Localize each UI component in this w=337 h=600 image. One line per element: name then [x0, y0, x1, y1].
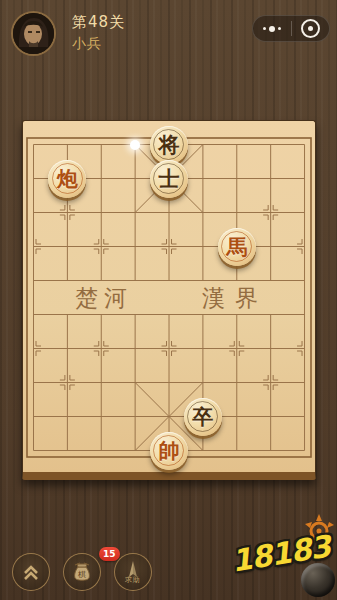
- piece-character: 帥: [158, 440, 179, 461]
- ask-help-button[interactable]: 求助: [114, 553, 152, 591]
- more-dots-icon: [263, 26, 281, 32]
- svg-text:棋: 棋: [77, 570, 86, 579]
- exit-target-icon: [301, 19, 320, 38]
- piece-character: 炮: [57, 168, 78, 189]
- piece-black-advisor[interactable]: 士: [150, 160, 188, 198]
- piece-black-general[interactable]: 将: [150, 126, 188, 164]
- piece-layer: 将炮士馬卒帥: [17, 128, 322, 468]
- hint-count-badge: 15: [99, 547, 120, 561]
- avatar-portrait-icon: [13, 13, 54, 54]
- piece-character: 卒: [192, 406, 213, 427]
- help-label: 求助: [125, 577, 141, 584]
- money-bag-icon: 棋: [69, 559, 95, 585]
- player-avatar[interactable]: [11, 11, 56, 56]
- xiangqi-board[interactable]: 楚河 漢界 将炮士馬卒帥: [22, 120, 316, 480]
- piece-character: 将: [158, 134, 179, 155]
- piece-red-horse[interactable]: 馬: [218, 228, 256, 266]
- wechat-capsule: [252, 15, 330, 42]
- site-watermark: 18183: [227, 510, 337, 600]
- more-button[interactable]: [253, 16, 291, 41]
- level-label: 第48关: [72, 13, 125, 32]
- piece-red-general[interactable]: 帥: [150, 432, 188, 470]
- sphere-icon: [301, 563, 335, 597]
- piece-black-soldier[interactable]: 卒: [184, 398, 222, 436]
- piece-red-cannon[interactable]: 炮: [48, 160, 86, 198]
- piece-character: 馬: [226, 236, 247, 257]
- double-chevron-up-icon: [18, 559, 44, 585]
- rank-label: 小兵: [72, 35, 102, 53]
- piece-character: 士: [158, 168, 179, 189]
- expand-menu-button[interactable]: [12, 553, 50, 591]
- exit-button[interactable]: [292, 16, 330, 41]
- last-move-highlight: [130, 140, 140, 150]
- app-screen: 第48关 小兵 楚河 漢界 将炮士馬卒帥: [0, 0, 337, 600]
- hint-bag-button[interactable]: 棋: [63, 553, 101, 591]
